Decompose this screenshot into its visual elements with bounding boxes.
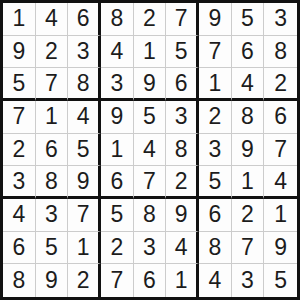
sudoku-cell-r1c7: 9 (199, 3, 232, 36)
sudoku-cell-r2c3: 3 (68, 36, 101, 69)
sudoku-cell-r8c9: 9 (264, 232, 297, 265)
sudoku-cell-r3c3: 8 (68, 68, 101, 101)
sudoku-cell-r8c1: 6 (3, 232, 36, 265)
sudoku-cell-r2c7: 7 (199, 36, 232, 69)
sudoku-cell-r6c5: 7 (134, 166, 167, 199)
sudoku-cell-r9c7: 4 (199, 264, 232, 297)
sudoku-cell-r3c7: 1 (199, 68, 232, 101)
sudoku-cell-r3c5: 9 (134, 68, 167, 101)
sudoku-cell-r1c8: 5 (232, 3, 265, 36)
sudoku-cell-r6c4: 6 (101, 166, 134, 199)
sudoku-cell-r3c1: 5 (3, 68, 36, 101)
sudoku-cell-r6c3: 9 (68, 166, 101, 199)
sudoku-cell-r4c8: 8 (232, 101, 265, 134)
sudoku-cell-r7c2: 3 (36, 199, 69, 232)
sudoku-cell-r7c5: 8 (134, 199, 167, 232)
sudoku-cell-r2c9: 8 (264, 36, 297, 69)
sudoku-cell-r7c3: 7 (68, 199, 101, 232)
sudoku-cell-r5c7: 3 (199, 134, 232, 167)
sudoku-cell-r3c9: 2 (264, 68, 297, 101)
sudoku-cell-r9c8: 3 (232, 264, 265, 297)
sudoku-cell-r1c2: 4 (36, 3, 69, 36)
sudoku-cell-r2c8: 6 (232, 36, 265, 69)
sudoku-cell-r7c6: 9 (166, 199, 199, 232)
sudoku-cell-r8c4: 2 (101, 232, 134, 265)
sudoku-cell-r1c4: 8 (101, 3, 134, 36)
sudoku-cell-r7c7: 6 (199, 199, 232, 232)
sudoku-cell-r4c9: 6 (264, 101, 297, 134)
sudoku-cell-r9c9: 5 (264, 264, 297, 297)
sudoku-cell-r9c3: 2 (68, 264, 101, 297)
sudoku-cell-r3c4: 3 (101, 68, 134, 101)
sudoku-cell-r3c6: 6 (166, 68, 199, 101)
sudoku-cell-r8c8: 7 (232, 232, 265, 265)
sudoku-cell-r6c9: 4 (264, 166, 297, 199)
sudoku-cell-r2c6: 5 (166, 36, 199, 69)
sudoku-cell-r8c6: 4 (166, 232, 199, 265)
sudoku-cell-r4c2: 1 (36, 101, 69, 134)
sudoku-cell-r4c7: 2 (199, 101, 232, 134)
sudoku-cell-r4c6: 3 (166, 101, 199, 134)
sudoku-cell-r7c4: 5 (101, 199, 134, 232)
sudoku-cell-r6c2: 8 (36, 166, 69, 199)
sudoku-cell-r3c2: 7 (36, 68, 69, 101)
sudoku-cell-r1c5: 2 (134, 3, 167, 36)
sudoku-cell-r9c4: 7 (101, 264, 134, 297)
sudoku-cell-r8c7: 8 (199, 232, 232, 265)
sudoku-cell-r4c3: 4 (68, 101, 101, 134)
sudoku-cell-r7c8: 2 (232, 199, 265, 232)
sudoku-cell-r1c9: 3 (264, 3, 297, 36)
sudoku-cell-r7c1: 4 (3, 199, 36, 232)
sudoku-board: 1468279539234157685783961427149532862651… (0, 0, 300, 300)
sudoku-cell-r5c1: 2 (3, 134, 36, 167)
sudoku-cell-r8c3: 1 (68, 232, 101, 265)
sudoku-cell-r7c9: 1 (264, 199, 297, 232)
sudoku-cell-r9c5: 6 (134, 264, 167, 297)
sudoku-cell-r5c2: 6 (36, 134, 69, 167)
sudoku-cell-r8c5: 3 (134, 232, 167, 265)
sudoku-cell-r2c5: 1 (134, 36, 167, 69)
sudoku-cell-r5c4: 1 (101, 134, 134, 167)
sudoku-cell-r6c1: 3 (3, 166, 36, 199)
sudoku-cell-r3c8: 4 (232, 68, 265, 101)
sudoku-cell-r6c8: 1 (232, 166, 265, 199)
sudoku-cell-r6c6: 2 (166, 166, 199, 199)
sudoku-cell-r9c1: 8 (3, 264, 36, 297)
sudoku-cell-r2c4: 4 (101, 36, 134, 69)
sudoku-cell-r4c4: 9 (101, 101, 134, 134)
sudoku-cell-r9c6: 1 (166, 264, 199, 297)
sudoku-cell-r4c5: 5 (134, 101, 167, 134)
sudoku-cell-r8c2: 5 (36, 232, 69, 265)
sudoku-cell-r5c8: 9 (232, 134, 265, 167)
sudoku-cell-r9c2: 9 (36, 264, 69, 297)
sudoku-cell-r5c6: 8 (166, 134, 199, 167)
sudoku-cell-r6c7: 5 (199, 166, 232, 199)
sudoku-cell-r1c1: 1 (3, 3, 36, 36)
sudoku-cell-r1c3: 6 (68, 3, 101, 36)
sudoku-cell-r1c6: 7 (166, 3, 199, 36)
sudoku-cell-r2c2: 2 (36, 36, 69, 69)
sudoku-cell-r5c9: 7 (264, 134, 297, 167)
sudoku-cell-r5c3: 5 (68, 134, 101, 167)
sudoku-cell-r5c5: 4 (134, 134, 167, 167)
sudoku-cell-r2c1: 9 (3, 36, 36, 69)
sudoku-cell-r4c1: 7 (3, 101, 36, 134)
